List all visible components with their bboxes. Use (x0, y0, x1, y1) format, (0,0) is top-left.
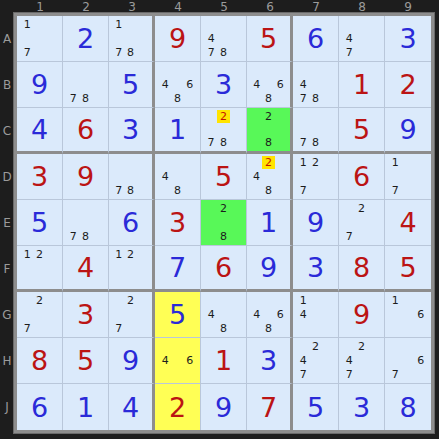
candidate[interactable]: 8 (263, 136, 275, 149)
cell-value: 7 (155, 246, 200, 289)
empty-candidate-slot (230, 45, 242, 59)
empty-candidate-slot (355, 229, 367, 243)
empty-candidate-slot (159, 64, 171, 78)
candidate[interactable]: 7 (205, 136, 217, 149)
candidate[interactable]: 7 (113, 183, 125, 197)
empty-candidate-slot (355, 354, 367, 368)
empty-candidate-slot (21, 32, 33, 46)
empty-candidate-slot (92, 216, 104, 230)
cell-G4[interactable]: 5 (155, 292, 201, 338)
candidate[interactable]: 8 (217, 45, 229, 59)
empty-candidate-slot (92, 78, 104, 92)
candidate[interactable]: 7 (67, 229, 79, 243)
empty-candidate-slot (217, 294, 229, 308)
candidate[interactable]: 7 (297, 367, 309, 381)
empty-candidate-slot (389, 340, 402, 354)
cell-E2[interactable]: 78 (63, 200, 109, 246)
candidate[interactable]: 1 (389, 294, 402, 308)
empty-candidate-slot (205, 229, 217, 243)
candidate[interactable]: 8 (309, 91, 321, 105)
empty-candidate-slot (309, 183, 321, 197)
empty-candidate-slot (46, 261, 58, 274)
row-label-H: H (0, 338, 14, 384)
candidate[interactable]: 8 (217, 321, 229, 335)
cell-E1[interactable]: 5 (17, 200, 63, 246)
candidate[interactable]: 4 (297, 354, 309, 368)
empty-candidate-slot (309, 110, 321, 123)
cell-A6[interactable]: 5 (247, 16, 293, 62)
empty-candidate-slot (125, 321, 137, 335)
candidate[interactable]: 1 (389, 156, 402, 170)
candidate[interactable]: 7 (205, 45, 217, 59)
empty-candidate-slot (171, 156, 183, 170)
candidate[interactable]: 8 (309, 136, 321, 149)
cell-A9[interactable]: 3 (385, 16, 431, 62)
cell-B2[interactable]: 78 (63, 62, 109, 108)
cell-C1[interactable]: 4 (17, 108, 63, 154)
cell-B7[interactable]: 478 (293, 62, 339, 108)
cell-B4[interactable]: 468 (155, 62, 201, 108)
empty-candidate-slot (368, 367, 380, 381)
candidate-grid: 468 (251, 294, 286, 335)
candidate-grid: 17 (389, 156, 427, 197)
empty-candidate-slot (263, 64, 275, 78)
col-label-7: 7 (293, 0, 339, 14)
candidate[interactable]: 4 (251, 308, 263, 322)
empty-candidate-slot (355, 367, 367, 381)
column-labels: 123456789 (17, 0, 431, 14)
empty-candidate-slot (159, 183, 171, 197)
empty-candidate-slot (205, 123, 217, 136)
empty-candidate-slot (184, 183, 196, 197)
empty-candidate-slot (184, 340, 196, 354)
candidate[interactable]: 8 (262, 183, 275, 197)
cell-value: 3 (247, 338, 290, 383)
empty-candidate-slot (205, 202, 217, 216)
cell-D5[interactable]: 5 (201, 154, 247, 200)
candidate[interactable]: 2 (309, 156, 321, 170)
cell-E7[interactable]: 9 (293, 200, 339, 246)
candidate-grid: 47 (343, 18, 380, 59)
cell-A8[interactable]: 47 (339, 16, 385, 62)
candidate[interactable]: 7 (389, 367, 402, 381)
empty-candidate-slot (46, 308, 58, 322)
col-label-1: 1 (17, 0, 63, 14)
candidate[interactable]: 7 (343, 367, 355, 381)
empty-candidate-slot (217, 216, 229, 230)
candidate[interactable]: 6 (184, 354, 196, 368)
candidate-grid: 48 (159, 156, 196, 197)
empty-candidate-slot (159, 91, 171, 105)
empty-candidate-slot (414, 183, 427, 197)
cell-value: 9 (155, 16, 200, 61)
candidate[interactable]: 7 (113, 45, 125, 59)
candidate-grid: 478 (297, 64, 334, 105)
candidate[interactable]: 7 (297, 91, 309, 105)
empty-candidate-slot (322, 110, 334, 123)
cell-F9[interactable]: 5 (385, 246, 431, 292)
empty-candidate-slot (322, 78, 334, 92)
candidate-grid: 127 (297, 156, 334, 197)
candidate[interactable]: 6 (274, 78, 286, 92)
candidate[interactable]: 4 (343, 354, 355, 368)
cell-C3[interactable]: 3 (109, 108, 155, 154)
empty-candidate-slot (125, 308, 137, 322)
empty-candidate-slot (389, 321, 402, 335)
highlighted-candidate[interactable]: 2 (262, 156, 275, 169)
candidate[interactable]: 4 (343, 32, 355, 46)
highlighted-candidate[interactable]: 2 (217, 110, 230, 123)
empty-candidate-slot (67, 202, 79, 216)
candidate[interactable]: 8 (171, 183, 183, 197)
candidate[interactable]: 2 (355, 340, 367, 354)
candidate-grid: 48 (205, 294, 242, 335)
empty-candidate-slot (184, 156, 196, 170)
candidate[interactable]: 8 (125, 183, 137, 197)
cell-F3[interactable]: 12 (109, 246, 155, 292)
empty-candidate-slot (309, 308, 321, 322)
cell-G8[interactable]: 9 (339, 292, 385, 338)
cell-value: 9 (247, 246, 290, 289)
candidate[interactable]: 1 (21, 18, 33, 32)
cell-D8[interactable]: 6 (339, 154, 385, 200)
empty-candidate-slot (343, 340, 355, 354)
cell-F6[interactable]: 9 (247, 246, 293, 292)
cell-value: 5 (109, 62, 152, 107)
cell-E9[interactable]: 4 (385, 200, 431, 246)
candidate[interactable]: 2 (355, 202, 367, 216)
cell-J6[interactable]: 7 (247, 384, 293, 430)
empty-candidate-slot (136, 156, 148, 170)
empty-candidate-slot (274, 321, 286, 335)
cell-J3[interactable]: 4 (109, 384, 155, 430)
candidate[interactable]: 4 (205, 32, 217, 46)
empty-candidate-slot (46, 274, 58, 287)
cell-H6[interactable]: 3 (247, 338, 293, 384)
cell-H1[interactable]: 8 (17, 338, 63, 384)
candidate-grid: 12 (21, 248, 58, 287)
cell-A5[interactable]: 478 (201, 16, 247, 62)
candidate[interactable]: 2 (33, 294, 45, 308)
cell-H2[interactable]: 5 (63, 338, 109, 384)
cell-F5[interactable]: 6 (201, 246, 247, 292)
empty-candidate-slot (113, 32, 125, 46)
cell-G1[interactable]: 27 (17, 292, 63, 338)
candidate[interactable]: 8 (171, 91, 183, 105)
cell-C4[interactable]: 1 (155, 108, 201, 154)
empty-candidate-slot (136, 32, 148, 46)
cell-C7[interactable]: 78 (293, 108, 339, 154)
empty-candidate-slot (309, 64, 321, 78)
empty-candidate-slot (251, 294, 263, 308)
cell-H9[interactable]: 67 (385, 338, 431, 384)
empty-candidate-slot (414, 340, 427, 354)
cell-value: 1 (339, 62, 384, 107)
candidate[interactable]: 1 (113, 248, 125, 261)
cell-value: 6 (339, 154, 384, 199)
candidate[interactable]: 7 (67, 91, 79, 105)
cell-value: 9 (201, 384, 246, 430)
empty-candidate-slot (322, 123, 334, 136)
candidate[interactable]: 8 (79, 91, 91, 105)
candidate[interactable]: 2 (309, 340, 321, 354)
cell-F4[interactable]: 7 (155, 246, 201, 292)
cell-B5[interactable]: 3 (201, 62, 247, 108)
empty-candidate-slot (171, 367, 183, 381)
cell-A4[interactable]: 9 (155, 16, 201, 62)
cell-J1[interactable]: 6 (17, 384, 63, 430)
empty-candidate-slot (274, 136, 286, 149)
empty-candidate-slot (343, 202, 355, 216)
candidate[interactable]: 8 (125, 45, 137, 59)
empty-candidate-slot (79, 78, 91, 92)
candidate-grid: 78 (113, 156, 148, 197)
candidate-grid: 27 (113, 294, 148, 335)
empty-candidate-slot (21, 294, 33, 308)
cell-H7[interactable]: 247 (293, 338, 339, 384)
candidate[interactable]: 6 (184, 78, 196, 92)
cell-J9[interactable]: 8 (385, 384, 431, 430)
cell-B1[interactable]: 9 (17, 62, 63, 108)
cell-A3[interactable]: 178 (109, 16, 155, 62)
cell-value: 5 (293, 384, 338, 430)
cell-C2[interactable]: 6 (63, 108, 109, 154)
cell-value: 4 (109, 384, 152, 430)
empty-candidate-slot (230, 136, 242, 149)
empty-candidate-slot (274, 91, 286, 105)
empty-candidate-slot (230, 110, 242, 123)
cell-value: 2 (155, 384, 200, 430)
empty-candidate-slot (46, 294, 58, 308)
cell-H8[interactable]: 247 (339, 338, 385, 384)
candidate[interactable]: 7 (21, 321, 33, 335)
candidate[interactable]: 4 (205, 308, 217, 322)
candidate[interactable]: 8 (263, 91, 275, 105)
candidate[interactable]: 7 (343, 45, 355, 59)
cell-value: 5 (385, 246, 431, 289)
candidate[interactable]: 2 (33, 248, 45, 261)
cell-F1[interactable]: 12 (17, 246, 63, 292)
cell-value: 3 (293, 246, 338, 289)
cell-A2[interactable]: 2 (63, 16, 109, 62)
empty-candidate-slot (230, 123, 242, 136)
cell-C9[interactable]: 9 (385, 108, 431, 154)
empty-candidate-slot (402, 170, 415, 184)
empty-candidate-slot (297, 123, 309, 136)
cell-H3[interactable]: 9 (109, 338, 155, 384)
candidate-grid: 14 (297, 294, 334, 335)
candidate[interactable]: 7 (21, 45, 33, 59)
candidate-grid: 16 (389, 294, 427, 335)
cell-F2[interactable]: 4 (63, 246, 109, 292)
cell-value: 6 (17, 384, 62, 430)
empty-candidate-slot (402, 354, 415, 368)
empty-candidate-slot (205, 18, 217, 32)
empty-candidate-slot (205, 294, 217, 308)
empty-candidate-slot (217, 308, 229, 322)
cell-G6[interactable]: 468 (247, 292, 293, 338)
cell-G7[interactable]: 14 (293, 292, 339, 338)
cell-B6[interactable]: 468 (247, 62, 293, 108)
empty-candidate-slot (125, 18, 137, 32)
cell-E8[interactable]: 27 (339, 200, 385, 246)
candidate[interactable]: 1 (297, 156, 309, 170)
cell-D9[interactable]: 17 (385, 154, 431, 200)
candidate[interactable]: 6 (414, 308, 427, 322)
empty-candidate-slot (79, 216, 91, 230)
candidate-grid: 78 (67, 202, 104, 243)
cell-A1[interactable]: 17 (17, 16, 63, 62)
cell-G5[interactable]: 48 (201, 292, 247, 338)
candidate[interactable]: 7 (389, 183, 402, 197)
cell-C8[interactable]: 5 (339, 108, 385, 154)
empty-candidate-slot (414, 367, 427, 381)
cell-value: 3 (155, 200, 200, 245)
empty-candidate-slot (322, 367, 334, 381)
cell-D3[interactable]: 78 (109, 154, 155, 200)
candidate[interactable]: 2 (125, 248, 137, 261)
empty-candidate-slot (355, 45, 367, 59)
cell-value: 5 (155, 292, 200, 337)
candidate[interactable]: 2 (217, 202, 229, 216)
col-label-3: 3 (109, 0, 155, 14)
empty-candidate-slot (368, 229, 380, 243)
candidate[interactable]: 2 (125, 294, 137, 308)
cell-D6[interactable]: 248 (247, 154, 293, 200)
empty-candidate-slot (217, 123, 230, 136)
cell-E4[interactable]: 3 (155, 200, 201, 246)
empty-candidate-slot (171, 340, 183, 354)
empty-candidate-slot (21, 274, 33, 287)
empty-candidate-slot (389, 170, 402, 184)
candidate-grid: 27 (343, 202, 380, 243)
cell-J8[interactable]: 3 (339, 384, 385, 430)
candidate[interactable]: 1 (113, 18, 125, 32)
cell-value: 1 (63, 384, 108, 430)
empty-candidate-slot (33, 18, 45, 32)
empty-candidate-slot (113, 170, 125, 184)
candidate[interactable]: 2 (263, 110, 275, 123)
candidate[interactable]: 4 (297, 308, 309, 322)
empty-candidate-slot (159, 340, 171, 354)
empty-candidate-slot (414, 294, 427, 308)
cell-value: 9 (17, 62, 62, 107)
empty-candidate-slot (368, 216, 380, 230)
candidate[interactable]: 1 (297, 294, 309, 308)
empty-candidate-slot (113, 294, 125, 308)
candidate-grid: 247 (343, 340, 380, 381)
empty-candidate-slot (230, 32, 242, 46)
empty-candidate-slot (46, 32, 58, 46)
cell-B3[interactable]: 5 (109, 62, 155, 108)
cell-G2[interactable]: 3 (63, 292, 109, 338)
empty-candidate-slot (322, 340, 334, 354)
cell-J7[interactable]: 5 (293, 384, 339, 430)
cell-J4[interactable]: 2 (155, 384, 201, 430)
row-label-E: E (0, 200, 14, 246)
candidate[interactable]: 7 (113, 321, 125, 335)
candidate[interactable]: 8 (217, 136, 230, 149)
cell-F7[interactable]: 3 (293, 246, 339, 292)
empty-candidate-slot (184, 64, 196, 78)
cell-F8[interactable]: 8 (339, 246, 385, 292)
cell-D1[interactable]: 3 (17, 154, 63, 200)
empty-candidate-slot (368, 45, 380, 59)
cell-C6[interactable]: 28 (247, 108, 293, 154)
candidate[interactable]: 7 (343, 229, 355, 243)
candidate[interactable]: 6 (274, 308, 286, 322)
candidate[interactable]: 1 (21, 248, 33, 261)
cell-J5[interactable]: 9 (201, 384, 247, 430)
empty-candidate-slot (275, 156, 286, 170)
candidate[interactable]: 8 (79, 229, 91, 243)
empty-candidate-slot (263, 308, 275, 322)
cell-E5[interactable]: 28 (201, 200, 247, 246)
cell-B8[interactable]: 1 (339, 62, 385, 108)
candidate[interactable]: 8 (263, 321, 275, 335)
empty-candidate-slot (230, 216, 242, 230)
cell-C5[interactable]: 278 (201, 108, 247, 154)
candidate[interactable]: 8 (217, 229, 229, 243)
cell-H4[interactable]: 46 (155, 338, 201, 384)
cell-E3[interactable]: 6 (109, 200, 155, 246)
empty-candidate-slot (113, 274, 125, 287)
empty-candidate-slot (251, 321, 263, 335)
empty-candidate-slot (251, 110, 263, 123)
candidate[interactable]: 7 (297, 183, 309, 197)
candidate[interactable]: 4 (251, 170, 262, 184)
row-label-G: G (0, 292, 14, 338)
cell-G3[interactable]: 27 (109, 292, 155, 338)
cell-value: 9 (339, 292, 384, 337)
candidate[interactable]: 4 (297, 78, 309, 92)
empty-candidate-slot (389, 354, 402, 368)
candidate[interactable]: 6 (414, 354, 427, 368)
cell-H5[interactable]: 1 (201, 338, 247, 384)
col-label-6: 6 (247, 0, 293, 14)
candidate[interactable]: 4 (159, 354, 171, 368)
cell-D4[interactable]: 48 (155, 154, 201, 200)
candidate-grid: 247 (297, 340, 334, 381)
candidate[interactable]: 4 (159, 170, 171, 184)
cell-value: 9 (109, 338, 152, 383)
cell-value: 5 (17, 200, 62, 245)
cell-A7[interactable]: 6 (293, 16, 339, 62)
cell-B9[interactable]: 2 (385, 62, 431, 108)
cell-value: 9 (63, 154, 108, 199)
cell-D7[interactable]: 127 (293, 154, 339, 200)
cell-J2[interactable]: 1 (63, 384, 109, 430)
cell-E6[interactable]: 1 (247, 200, 293, 246)
cell-value: 8 (385, 384, 431, 430)
candidate[interactable]: 7 (297, 136, 309, 149)
empty-candidate-slot (297, 170, 309, 184)
row-label-D: D (0, 154, 14, 200)
cell-value: 5 (201, 154, 246, 199)
empty-candidate-slot (125, 261, 137, 274)
empty-candidate-slot (309, 367, 321, 381)
candidate[interactable]: 4 (251, 78, 263, 92)
cell-G9[interactable]: 16 (385, 292, 431, 338)
empty-candidate-slot (322, 156, 334, 170)
row-label-A: A (0, 16, 14, 62)
cell-D2[interactable]: 9 (63, 154, 109, 200)
empty-candidate-slot (205, 110, 217, 123)
candidate[interactable]: 4 (159, 78, 171, 92)
empty-candidate-slot (230, 321, 242, 335)
row-label-J: J (0, 384, 14, 430)
candidate-grid: 468 (251, 64, 286, 105)
